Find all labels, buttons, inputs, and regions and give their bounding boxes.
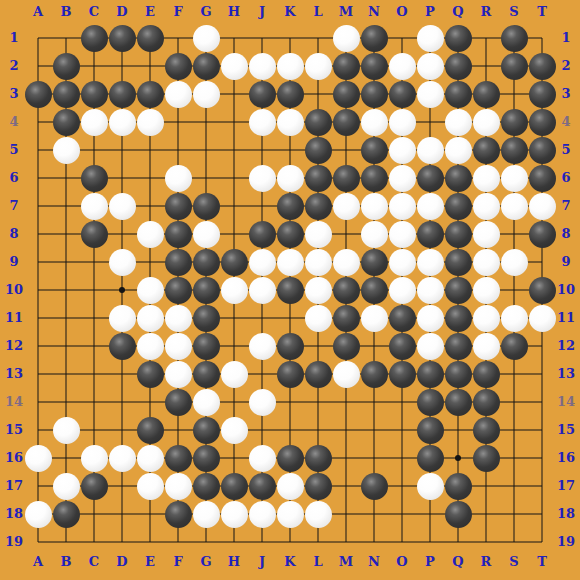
white-stone-M13 (333, 361, 360, 388)
row-label-left: 10 (1, 282, 27, 298)
white-stone-R4 (473, 109, 500, 136)
row-label-right: 2 (553, 58, 579, 74)
black-stone-E13 (137, 361, 164, 388)
black-stone-T5 (529, 137, 556, 164)
white-stone-H13 (221, 361, 248, 388)
row-label-left: 5 (1, 142, 27, 158)
black-stone-O11 (389, 305, 416, 332)
white-stone-P12 (417, 333, 444, 360)
column-label-bottom: J (249, 554, 275, 570)
white-stone-J12 (249, 333, 276, 360)
black-stone-M11 (333, 305, 360, 332)
black-stone-L17 (305, 473, 332, 500)
black-stone-J3 (249, 81, 276, 108)
black-stone-G17 (193, 473, 220, 500)
white-stone-L8 (305, 221, 332, 248)
row-label-left: 12 (1, 338, 27, 354)
row-label-right: 11 (553, 310, 579, 326)
black-stone-R14 (473, 389, 500, 416)
white-stone-G3 (193, 81, 220, 108)
black-stone-K16 (277, 445, 304, 472)
black-stone-Q9 (445, 249, 472, 276)
black-stone-Q8 (445, 221, 472, 248)
black-stone-G10 (193, 277, 220, 304)
black-stone-Q6 (445, 165, 472, 192)
white-stone-H10 (221, 277, 248, 304)
white-stone-D16 (109, 445, 136, 472)
white-stone-P3 (417, 81, 444, 108)
black-stone-M4 (333, 109, 360, 136)
white-stone-K17 (277, 473, 304, 500)
black-stone-E1 (137, 25, 164, 52)
black-stone-P13 (417, 361, 444, 388)
white-stone-M7 (333, 193, 360, 220)
row-label-left: 18 (1, 506, 27, 522)
white-stone-K2 (277, 53, 304, 80)
black-stone-G2 (193, 53, 220, 80)
row-label-left: 8 (1, 226, 27, 242)
white-stone-J4 (249, 109, 276, 136)
black-stone-A3 (25, 81, 52, 108)
black-stone-Q7 (445, 193, 472, 220)
black-stone-K8 (277, 221, 304, 248)
white-stone-C4 (81, 109, 108, 136)
column-label-bottom: R (473, 554, 499, 570)
black-stone-E15 (137, 417, 164, 444)
row-label-right: 4 (553, 114, 579, 130)
black-stone-L13 (305, 361, 332, 388)
black-stone-N3 (361, 81, 388, 108)
white-stone-H15 (221, 417, 248, 444)
white-stone-J18 (249, 501, 276, 528)
row-label-right: 19 (553, 534, 579, 550)
column-label-top: E (137, 4, 163, 20)
row-label-left: 15 (1, 422, 27, 438)
column-label-bottom: O (389, 554, 415, 570)
row-label-left: 14 (1, 394, 27, 410)
black-stone-M2 (333, 53, 360, 80)
black-stone-N2 (361, 53, 388, 80)
white-stone-M9 (333, 249, 360, 276)
black-stone-N13 (361, 361, 388, 388)
white-stone-L9 (305, 249, 332, 276)
black-stone-O12 (389, 333, 416, 360)
white-stone-P9 (417, 249, 444, 276)
black-stone-Q2 (445, 53, 472, 80)
white-stone-N4 (361, 109, 388, 136)
row-label-left: 7 (1, 198, 27, 214)
black-stone-Q13 (445, 361, 472, 388)
black-stone-G12 (193, 333, 220, 360)
row-label-left: 11 (1, 310, 27, 326)
column-label-bottom: T (529, 554, 555, 570)
column-label-bottom: D (109, 554, 135, 570)
column-label-top: M (333, 4, 359, 20)
black-stone-L6 (305, 165, 332, 192)
white-stone-J6 (249, 165, 276, 192)
black-stone-M3 (333, 81, 360, 108)
black-stone-F7 (165, 193, 192, 220)
black-stone-B4 (53, 109, 80, 136)
black-stone-E3 (137, 81, 164, 108)
black-stone-G16 (193, 445, 220, 472)
white-stone-R12 (473, 333, 500, 360)
white-stone-P1 (417, 25, 444, 52)
white-stone-J9 (249, 249, 276, 276)
black-stone-F16 (165, 445, 192, 472)
white-stone-P7 (417, 193, 444, 220)
white-stone-N8 (361, 221, 388, 248)
column-label-bottom: G (193, 554, 219, 570)
white-stone-B17 (53, 473, 80, 500)
black-stone-P6 (417, 165, 444, 192)
white-stone-R7 (473, 193, 500, 220)
row-label-left: 2 (1, 58, 27, 74)
black-stone-L5 (305, 137, 332, 164)
white-stone-N11 (361, 305, 388, 332)
white-stone-E17 (137, 473, 164, 500)
white-stone-F13 (165, 361, 192, 388)
column-label-bottom: S (501, 554, 527, 570)
black-stone-F8 (165, 221, 192, 248)
black-stone-L4 (305, 109, 332, 136)
white-stone-K18 (277, 501, 304, 528)
black-stone-R5 (473, 137, 500, 164)
black-stone-P16 (417, 445, 444, 472)
black-stone-R13 (473, 361, 500, 388)
white-stone-B5 (53, 137, 80, 164)
black-stone-D3 (109, 81, 136, 108)
black-stone-Q14 (445, 389, 472, 416)
black-stone-O13 (389, 361, 416, 388)
white-stone-E16 (137, 445, 164, 472)
column-label-top: H (221, 4, 247, 20)
white-stone-M1 (333, 25, 360, 52)
black-stone-F14 (165, 389, 192, 416)
white-stone-B15 (53, 417, 80, 444)
black-stone-F10 (165, 277, 192, 304)
white-stone-C16 (81, 445, 108, 472)
black-stone-K13 (277, 361, 304, 388)
column-label-bottom: K (277, 554, 303, 570)
black-stone-P15 (417, 417, 444, 444)
white-stone-D7 (109, 193, 136, 220)
black-stone-T8 (529, 221, 556, 248)
white-stone-G18 (193, 501, 220, 528)
black-stone-N1 (361, 25, 388, 52)
white-stone-L18 (305, 501, 332, 528)
black-stone-B2 (53, 53, 80, 80)
row-label-right: 6 (553, 170, 579, 186)
column-label-top: Q (445, 4, 471, 20)
white-stone-K9 (277, 249, 304, 276)
white-stone-T7 (529, 193, 556, 220)
column-label-top: F (165, 4, 191, 20)
white-stone-G14 (193, 389, 220, 416)
white-stone-E8 (137, 221, 164, 248)
white-stone-P2 (417, 53, 444, 80)
black-stone-G7 (193, 193, 220, 220)
column-label-bottom: L (305, 554, 331, 570)
black-stone-K3 (277, 81, 304, 108)
black-stone-O3 (389, 81, 416, 108)
black-stone-N6 (361, 165, 388, 192)
black-stone-T10 (529, 277, 556, 304)
column-label-bottom: A (25, 554, 51, 570)
black-stone-S4 (501, 109, 528, 136)
column-label-bottom: H (221, 554, 247, 570)
white-stone-Q4 (445, 109, 472, 136)
white-stone-Q5 (445, 137, 472, 164)
white-stone-E10 (137, 277, 164, 304)
black-stone-Q3 (445, 81, 472, 108)
white-stone-O7 (389, 193, 416, 220)
black-stone-N17 (361, 473, 388, 500)
column-label-top: K (277, 4, 303, 20)
white-stone-A16 (25, 445, 52, 472)
white-stone-F12 (165, 333, 192, 360)
black-stone-F9 (165, 249, 192, 276)
black-stone-M10 (333, 277, 360, 304)
row-label-left: 4 (1, 114, 27, 130)
white-stone-T11 (529, 305, 556, 332)
column-label-top: B (53, 4, 79, 20)
black-stone-R3 (473, 81, 500, 108)
row-label-right: 9 (553, 254, 579, 270)
black-stone-G15 (193, 417, 220, 444)
white-stone-D4 (109, 109, 136, 136)
black-stone-Q12 (445, 333, 472, 360)
white-stone-H2 (221, 53, 248, 80)
column-label-top: D (109, 4, 135, 20)
white-stone-D9 (109, 249, 136, 276)
row-label-left: 9 (1, 254, 27, 270)
white-stone-H18 (221, 501, 248, 528)
column-label-top: R (473, 4, 499, 20)
black-stone-G13 (193, 361, 220, 388)
white-stone-R8 (473, 221, 500, 248)
black-stone-T2 (529, 53, 556, 80)
white-stone-P5 (417, 137, 444, 164)
white-stone-A18 (25, 501, 52, 528)
white-stone-J2 (249, 53, 276, 80)
white-stone-O10 (389, 277, 416, 304)
row-label-right: 10 (553, 282, 579, 298)
black-stone-L7 (305, 193, 332, 220)
column-label-bottom: C (81, 554, 107, 570)
white-stone-J16 (249, 445, 276, 472)
black-stone-Q11 (445, 305, 472, 332)
row-label-right: 18 (553, 506, 579, 522)
white-stone-E4 (137, 109, 164, 136)
white-stone-F6 (165, 165, 192, 192)
row-label-right: 7 (553, 198, 579, 214)
column-label-top: P (417, 4, 443, 20)
row-label-right: 17 (553, 478, 579, 494)
row-label-right: 1 (553, 30, 579, 46)
row-label-left: 3 (1, 86, 27, 102)
row-label-right: 5 (553, 142, 579, 158)
black-stone-R16 (473, 445, 500, 472)
black-stone-K7 (277, 193, 304, 220)
black-stone-S5 (501, 137, 528, 164)
white-stone-P11 (417, 305, 444, 332)
white-stone-O2 (389, 53, 416, 80)
white-stone-G1 (193, 25, 220, 52)
column-label-top: T (529, 4, 555, 20)
white-stone-R9 (473, 249, 500, 276)
column-label-bottom: F (165, 554, 191, 570)
white-stone-P17 (417, 473, 444, 500)
black-stone-H9 (221, 249, 248, 276)
black-stone-R15 (473, 417, 500, 444)
black-stone-G11 (193, 305, 220, 332)
black-stone-F18 (165, 501, 192, 528)
black-stone-S12 (501, 333, 528, 360)
go-board-app: AABBCCDDEEFFGGHHJJKKLLMMNNOOPPQQRRSSTT11… (0, 0, 580, 580)
black-stone-L16 (305, 445, 332, 472)
black-stone-F2 (165, 53, 192, 80)
white-stone-S6 (501, 165, 528, 192)
black-stone-Q17 (445, 473, 472, 500)
column-label-bottom: Q (445, 554, 471, 570)
white-stone-G8 (193, 221, 220, 248)
white-stone-R6 (473, 165, 500, 192)
white-stone-F17 (165, 473, 192, 500)
row-label-left: 6 (1, 170, 27, 186)
black-stone-P14 (417, 389, 444, 416)
black-stone-T4 (529, 109, 556, 136)
black-stone-T3 (529, 81, 556, 108)
black-stone-T6 (529, 165, 556, 192)
white-stone-C7 (81, 193, 108, 220)
black-stone-C6 (81, 165, 108, 192)
row-label-left: 19 (1, 534, 27, 550)
white-stone-O9 (389, 249, 416, 276)
black-stone-S1 (501, 25, 528, 52)
white-stone-R11 (473, 305, 500, 332)
black-stone-N5 (361, 137, 388, 164)
black-stone-G9 (193, 249, 220, 276)
black-stone-K10 (277, 277, 304, 304)
white-stone-L11 (305, 305, 332, 332)
white-stone-O6 (389, 165, 416, 192)
white-stone-F11 (165, 305, 192, 332)
black-stone-C3 (81, 81, 108, 108)
black-stone-N10 (361, 277, 388, 304)
white-stone-S11 (501, 305, 528, 332)
row-label-right: 3 (553, 86, 579, 102)
black-stone-B3 (53, 81, 80, 108)
black-stone-B18 (53, 501, 80, 528)
column-label-top: C (81, 4, 107, 20)
black-stone-D1 (109, 25, 136, 52)
white-stone-L2 (305, 53, 332, 80)
white-stone-D11 (109, 305, 136, 332)
white-stone-R10 (473, 277, 500, 304)
row-label-right: 16 (553, 450, 579, 466)
white-stone-K6 (277, 165, 304, 192)
white-stone-J14 (249, 389, 276, 416)
column-label-top: L (305, 4, 331, 20)
black-stone-Q18 (445, 501, 472, 528)
column-label-top: G (193, 4, 219, 20)
white-stone-O4 (389, 109, 416, 136)
column-label-top: O (389, 4, 415, 20)
white-stone-P10 (417, 277, 444, 304)
column-label-top: S (501, 4, 527, 20)
black-stone-S2 (501, 53, 528, 80)
black-stone-M12 (333, 333, 360, 360)
row-label-left: 1 (1, 30, 27, 46)
white-stone-N7 (361, 193, 388, 220)
column-label-bottom: E (137, 554, 163, 570)
white-stone-S7 (501, 193, 528, 220)
white-stone-K4 (277, 109, 304, 136)
black-stone-Q1 (445, 25, 472, 52)
row-label-right: 8 (553, 226, 579, 242)
column-label-top: J (249, 4, 275, 20)
row-label-right: 15 (553, 422, 579, 438)
white-stone-J10 (249, 277, 276, 304)
black-stone-M6 (333, 165, 360, 192)
black-stone-C8 (81, 221, 108, 248)
white-stone-O5 (389, 137, 416, 164)
column-label-bottom: P (417, 554, 443, 570)
black-stone-P8 (417, 221, 444, 248)
column-label-top: A (25, 4, 51, 20)
white-stone-L10 (305, 277, 332, 304)
row-label-right: 13 (553, 366, 579, 382)
black-stone-N9 (361, 249, 388, 276)
column-label-bottom: B (53, 554, 79, 570)
black-stone-D12 (109, 333, 136, 360)
white-stone-F3 (165, 81, 192, 108)
black-stone-J8 (249, 221, 276, 248)
row-label-left: 16 (1, 450, 27, 466)
column-label-bottom: N (361, 554, 387, 570)
white-stone-E11 (137, 305, 164, 332)
black-stone-C1 (81, 25, 108, 52)
column-label-top: N (361, 4, 387, 20)
row-label-left: 17 (1, 478, 27, 494)
black-stone-K12 (277, 333, 304, 360)
row-label-right: 14 (553, 394, 579, 410)
white-stone-E12 (137, 333, 164, 360)
black-stone-H17 (221, 473, 248, 500)
row-label-right: 12 (553, 338, 579, 354)
black-stone-J17 (249, 473, 276, 500)
white-stone-O8 (389, 221, 416, 248)
black-stone-Q10 (445, 277, 472, 304)
black-stone-C17 (81, 473, 108, 500)
white-stone-S9 (501, 249, 528, 276)
column-label-bottom: M (333, 554, 359, 570)
row-label-left: 13 (1, 366, 27, 382)
